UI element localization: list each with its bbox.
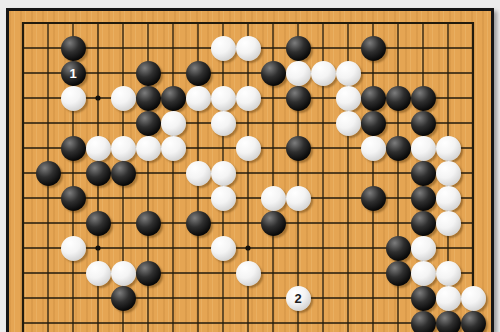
white-stone-c18r9[interactable] — [436, 211, 461, 236]
black-stone-c19r13[interactable] — [461, 311, 486, 332]
black-stone-c17r13[interactable] — [411, 311, 436, 332]
black-stone-c16r10[interactable] — [386, 236, 411, 261]
white-stone-c9r4[interactable] — [211, 86, 236, 111]
white-stone-c18r12[interactable] — [436, 286, 461, 311]
black-stone-c5r7[interactable] — [111, 161, 136, 186]
black-stone-c6r4[interactable] — [136, 86, 161, 111]
white-stone-c5r11[interactable] — [111, 261, 136, 286]
white-stone-c18r7[interactable] — [436, 161, 461, 186]
white-stone-c10r11[interactable] — [236, 261, 261, 286]
black-stone-c15r2[interactable] — [361, 36, 386, 61]
black-stone-c15r8[interactable] — [361, 186, 386, 211]
black-stone-c7r4[interactable] — [161, 86, 186, 111]
white-stone-c12r12[interactable]: 2 — [286, 286, 311, 311]
black-stone-c3r8[interactable] — [61, 186, 86, 211]
white-stone-c10r4[interactable] — [236, 86, 261, 111]
white-stone-c9r5[interactable] — [211, 111, 236, 136]
black-stone-c2r7[interactable] — [36, 161, 61, 186]
black-stone-c5r12[interactable] — [111, 286, 136, 311]
white-stone-c5r4[interactable] — [111, 86, 136, 111]
white-stone-c14r4[interactable] — [336, 86, 361, 111]
white-stone-c13r3[interactable] — [311, 61, 336, 86]
black-stone-c17r12[interactable] — [411, 286, 436, 311]
white-stone-c9r7[interactable] — [211, 161, 236, 186]
black-stone-c4r7[interactable] — [86, 161, 111, 186]
black-stone-c6r3[interactable] — [136, 61, 161, 86]
white-stone-c14r3[interactable] — [336, 61, 361, 86]
move-number-label: 2 — [294, 292, 301, 305]
white-stone-c5r6[interactable] — [111, 136, 136, 161]
move-number-label: 1 — [69, 67, 76, 80]
white-stone-c17r6[interactable] — [411, 136, 436, 161]
black-stone-c12r4[interactable] — [286, 86, 311, 111]
black-stone-c3r2[interactable] — [61, 36, 86, 61]
white-stone-c9r2[interactable] — [211, 36, 236, 61]
black-stone-c8r9[interactable] — [186, 211, 211, 236]
white-stone-c10r6[interactable] — [236, 136, 261, 161]
white-stone-c9r10[interactable] — [211, 236, 236, 261]
white-stone-c3r10[interactable] — [61, 236, 86, 261]
black-stone-c8r3[interactable] — [186, 61, 211, 86]
white-stone-c12r3[interactable] — [286, 61, 311, 86]
white-stone-c15r6[interactable] — [361, 136, 386, 161]
white-stone-c17r10[interactable] — [411, 236, 436, 261]
white-stone-c18r11[interactable] — [436, 261, 461, 286]
white-stone-c8r4[interactable] — [186, 86, 211, 111]
black-stone-c17r4[interactable] — [411, 86, 436, 111]
white-stone-c11r8[interactable] — [261, 186, 286, 211]
black-stone-c17r8[interactable] — [411, 186, 436, 211]
black-stone-c11r9[interactable] — [261, 211, 286, 236]
white-stone-c6r6[interactable] — [136, 136, 161, 161]
white-stone-c10r2[interactable] — [236, 36, 261, 61]
white-stone-c19r12[interactable] — [461, 286, 486, 311]
white-stone-c12r8[interactable] — [286, 186, 311, 211]
black-stone-c15r4[interactable] — [361, 86, 386, 111]
white-stone-c8r7[interactable] — [186, 161, 211, 186]
black-stone-c16r11[interactable] — [386, 261, 411, 286]
black-stone-c4r9[interactable] — [86, 211, 111, 236]
black-stone-c17r5[interactable] — [411, 111, 436, 136]
white-stone-c7r6[interactable] — [161, 136, 186, 161]
white-stone-c14r5[interactable] — [336, 111, 361, 136]
white-stone-c4r6[interactable] — [86, 136, 111, 161]
black-stone-c3r6[interactable] — [61, 136, 86, 161]
black-stone-c6r5[interactable] — [136, 111, 161, 136]
black-stone-c16r4[interactable] — [386, 86, 411, 111]
black-stone-c6r11[interactable] — [136, 261, 161, 286]
black-stone-c17r7[interactable] — [411, 161, 436, 186]
white-stone-c18r6[interactable] — [436, 136, 461, 161]
black-stone-c16r6[interactable] — [386, 136, 411, 161]
white-stone-c3r4[interactable] — [61, 86, 86, 111]
white-stone-c9r8[interactable] — [211, 186, 236, 211]
black-stone-c11r3[interactable] — [261, 61, 286, 86]
black-stone-c15r5[interactable] — [361, 111, 386, 136]
white-stone-c17r11[interactable] — [411, 261, 436, 286]
go-board-diagram: 12 — [0, 0, 500, 332]
black-stone-c12r6[interactable] — [286, 136, 311, 161]
black-stone-c3r3[interactable]: 1 — [61, 61, 86, 86]
black-stone-c6r9[interactable] — [136, 211, 161, 236]
white-stone-c18r8[interactable] — [436, 186, 461, 211]
black-stone-c18r13[interactable] — [436, 311, 461, 332]
white-stone-c4r11[interactable] — [86, 261, 111, 286]
white-stone-c7r5[interactable] — [161, 111, 186, 136]
black-stone-c17r9[interactable] — [411, 211, 436, 236]
black-stone-c12r2[interactable] — [286, 36, 311, 61]
